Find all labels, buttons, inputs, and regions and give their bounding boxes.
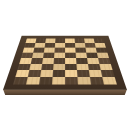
- square-b1: [26, 77, 40, 84]
- square-d1: [52, 77, 65, 84]
- square-e1: [65, 77, 78, 84]
- square-f2: [77, 70, 90, 77]
- square-h2: [101, 70, 115, 77]
- product-photo-background: [0, 0, 130, 130]
- square-e6: [65, 48, 76, 53]
- square-f1: [77, 77, 91, 84]
- board-front-edge: [3, 89, 127, 95]
- square-d6: [54, 48, 65, 53]
- square-b2: [28, 70, 41, 77]
- square-d2: [53, 70, 65, 77]
- square-h1: [102, 77, 117, 84]
- chess-board: [13, 39, 117, 85]
- square-c2: [40, 70, 53, 77]
- square-g7: [85, 43, 96, 48]
- chess-board-frame: [3, 36, 127, 90]
- square-f4: [76, 58, 88, 64]
- square-b5: [32, 53, 44, 58]
- square-a8: [26, 39, 37, 43]
- square-f7: [75, 43, 86, 48]
- square-h4: [98, 58, 111, 64]
- square-e8: [65, 39, 75, 43]
- square-e2: [65, 70, 77, 77]
- square-a4: [19, 58, 32, 64]
- square-c1: [39, 77, 53, 84]
